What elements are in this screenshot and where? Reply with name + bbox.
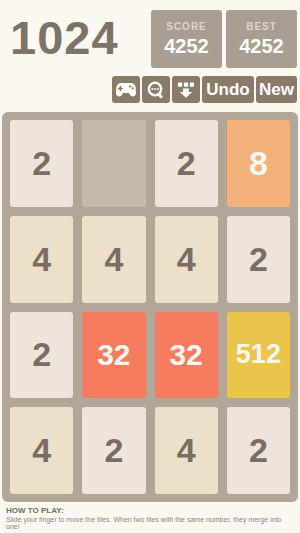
tile-r3c3: 32 — [155, 312, 218, 399]
score-box: SCORE 4252 — [151, 10, 222, 68]
tile-r2c3: 4 — [155, 216, 218, 303]
score-value: 4252 — [164, 35, 209, 58]
undo-button[interactable]: Undo — [202, 76, 254, 103]
tile-r3c4: 512 — [227, 312, 290, 399]
tile-r1c4: 8 — [227, 120, 290, 207]
tile-r2c2: 4 — [82, 216, 145, 303]
how-to-play-heading: HOW TO PLAY: — [6, 506, 296, 515]
how-to-play-text: Slide your finger to move the tiles. Whe… — [6, 516, 296, 530]
toolbar: Undo New — [112, 76, 297, 103]
best-box: BEST 4252 — [226, 10, 297, 68]
best-value: 4252 — [239, 35, 284, 58]
tile-r4c2: 2 — [82, 407, 145, 494]
tile-r1c1: 2 — [10, 120, 73, 207]
new-game-button[interactable]: New — [256, 76, 297, 103]
download-games-button[interactable] — [172, 76, 200, 103]
search-games-icon — [147, 81, 165, 99]
download-games-icon — [177, 82, 195, 98]
how-to-play: HOW TO PLAY: Slide your finger to move t… — [6, 506, 296, 530]
score-panel: SCORE 4252 BEST 4252 — [151, 10, 297, 68]
tile-r3c1: 2 — [10, 312, 73, 399]
tile-r2c4: 2 — [227, 216, 290, 303]
tile-r4c1: 4 — [10, 407, 73, 494]
tile-r3c2: 32 — [82, 312, 145, 399]
best-label: BEST — [246, 21, 277, 32]
gamepad-icon — [116, 83, 136, 97]
tile-r2c1: 4 — [10, 216, 73, 303]
gamepad-button[interactable] — [112, 76, 140, 103]
tile-r1c3: 2 — [155, 120, 218, 207]
app-title: 1024 — [10, 10, 119, 65]
tile-r4c4: 2 — [227, 407, 290, 494]
score-label: SCORE — [166, 21, 207, 32]
tile-r4c3: 4 — [155, 407, 218, 494]
game-board[interactable]: 2 2 8 4 4 4 2 2 32 32 512 4 2 4 2 — [2, 112, 298, 502]
tile-r1c2 — [82, 120, 145, 207]
search-games-button[interactable] — [142, 76, 170, 103]
